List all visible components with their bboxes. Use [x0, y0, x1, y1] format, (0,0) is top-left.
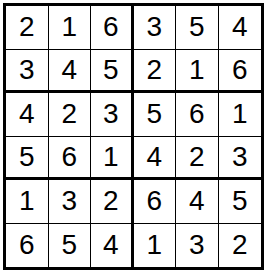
cell-r6c1[interactable]: 6 [6, 224, 49, 268]
cell-r4c2[interactable]: 6 [49, 137, 92, 181]
cell-r2c3[interactable]: 5 [91, 50, 134, 94]
cell-r3c5[interactable]: 6 [176, 93, 219, 137]
cell-r1c2[interactable]: 1 [49, 6, 92, 50]
sudoku-board: 216354345216423561561423132645654132 [3, 3, 264, 270]
cell-r4c4[interactable]: 4 [134, 137, 177, 181]
cell-r5c3[interactable]: 2 [91, 180, 134, 224]
cell-r5c4[interactable]: 6 [134, 180, 177, 224]
cell-r3c3[interactable]: 3 [91, 93, 134, 137]
cell-r6c5[interactable]: 3 [176, 224, 219, 268]
cell-r1c6[interactable]: 4 [219, 6, 262, 50]
cell-r2c4[interactable]: 2 [134, 50, 177, 94]
cell-r1c5[interactable]: 5 [176, 6, 219, 50]
cell-r6c3[interactable]: 4 [91, 224, 134, 268]
cell-r1c4[interactable]: 3 [134, 6, 177, 50]
cell-r1c3[interactable]: 6 [91, 6, 134, 50]
cell-r6c4[interactable]: 1 [134, 224, 177, 268]
cell-r2c6[interactable]: 6 [219, 50, 262, 94]
cell-r4c3[interactable]: 1 [91, 137, 134, 181]
cell-r2c5[interactable]: 1 [176, 50, 219, 94]
cell-r5c1[interactable]: 1 [6, 180, 49, 224]
cell-r4c1[interactable]: 5 [6, 137, 49, 181]
cell-r6c2[interactable]: 5 [49, 224, 92, 268]
cell-r4c6[interactable]: 3 [219, 137, 262, 181]
cell-r3c4[interactable]: 5 [134, 93, 177, 137]
cell-r2c2[interactable]: 4 [49, 50, 92, 94]
cell-r4c5[interactable]: 2 [176, 137, 219, 181]
page: 216354345216423561561423132645654132 [0, 0, 267, 273]
cell-r1c1[interactable]: 2 [6, 6, 49, 50]
cell-r6c6[interactable]: 2 [219, 224, 262, 268]
cell-r2c1[interactable]: 3 [6, 50, 49, 94]
cell-r3c2[interactable]: 2 [49, 93, 92, 137]
cell-r3c6[interactable]: 1 [219, 93, 262, 137]
cell-r3c1[interactable]: 4 [6, 93, 49, 137]
cell-r5c2[interactable]: 3 [49, 180, 92, 224]
cell-r5c6[interactable]: 5 [219, 180, 262, 224]
cell-r5c5[interactable]: 4 [176, 180, 219, 224]
